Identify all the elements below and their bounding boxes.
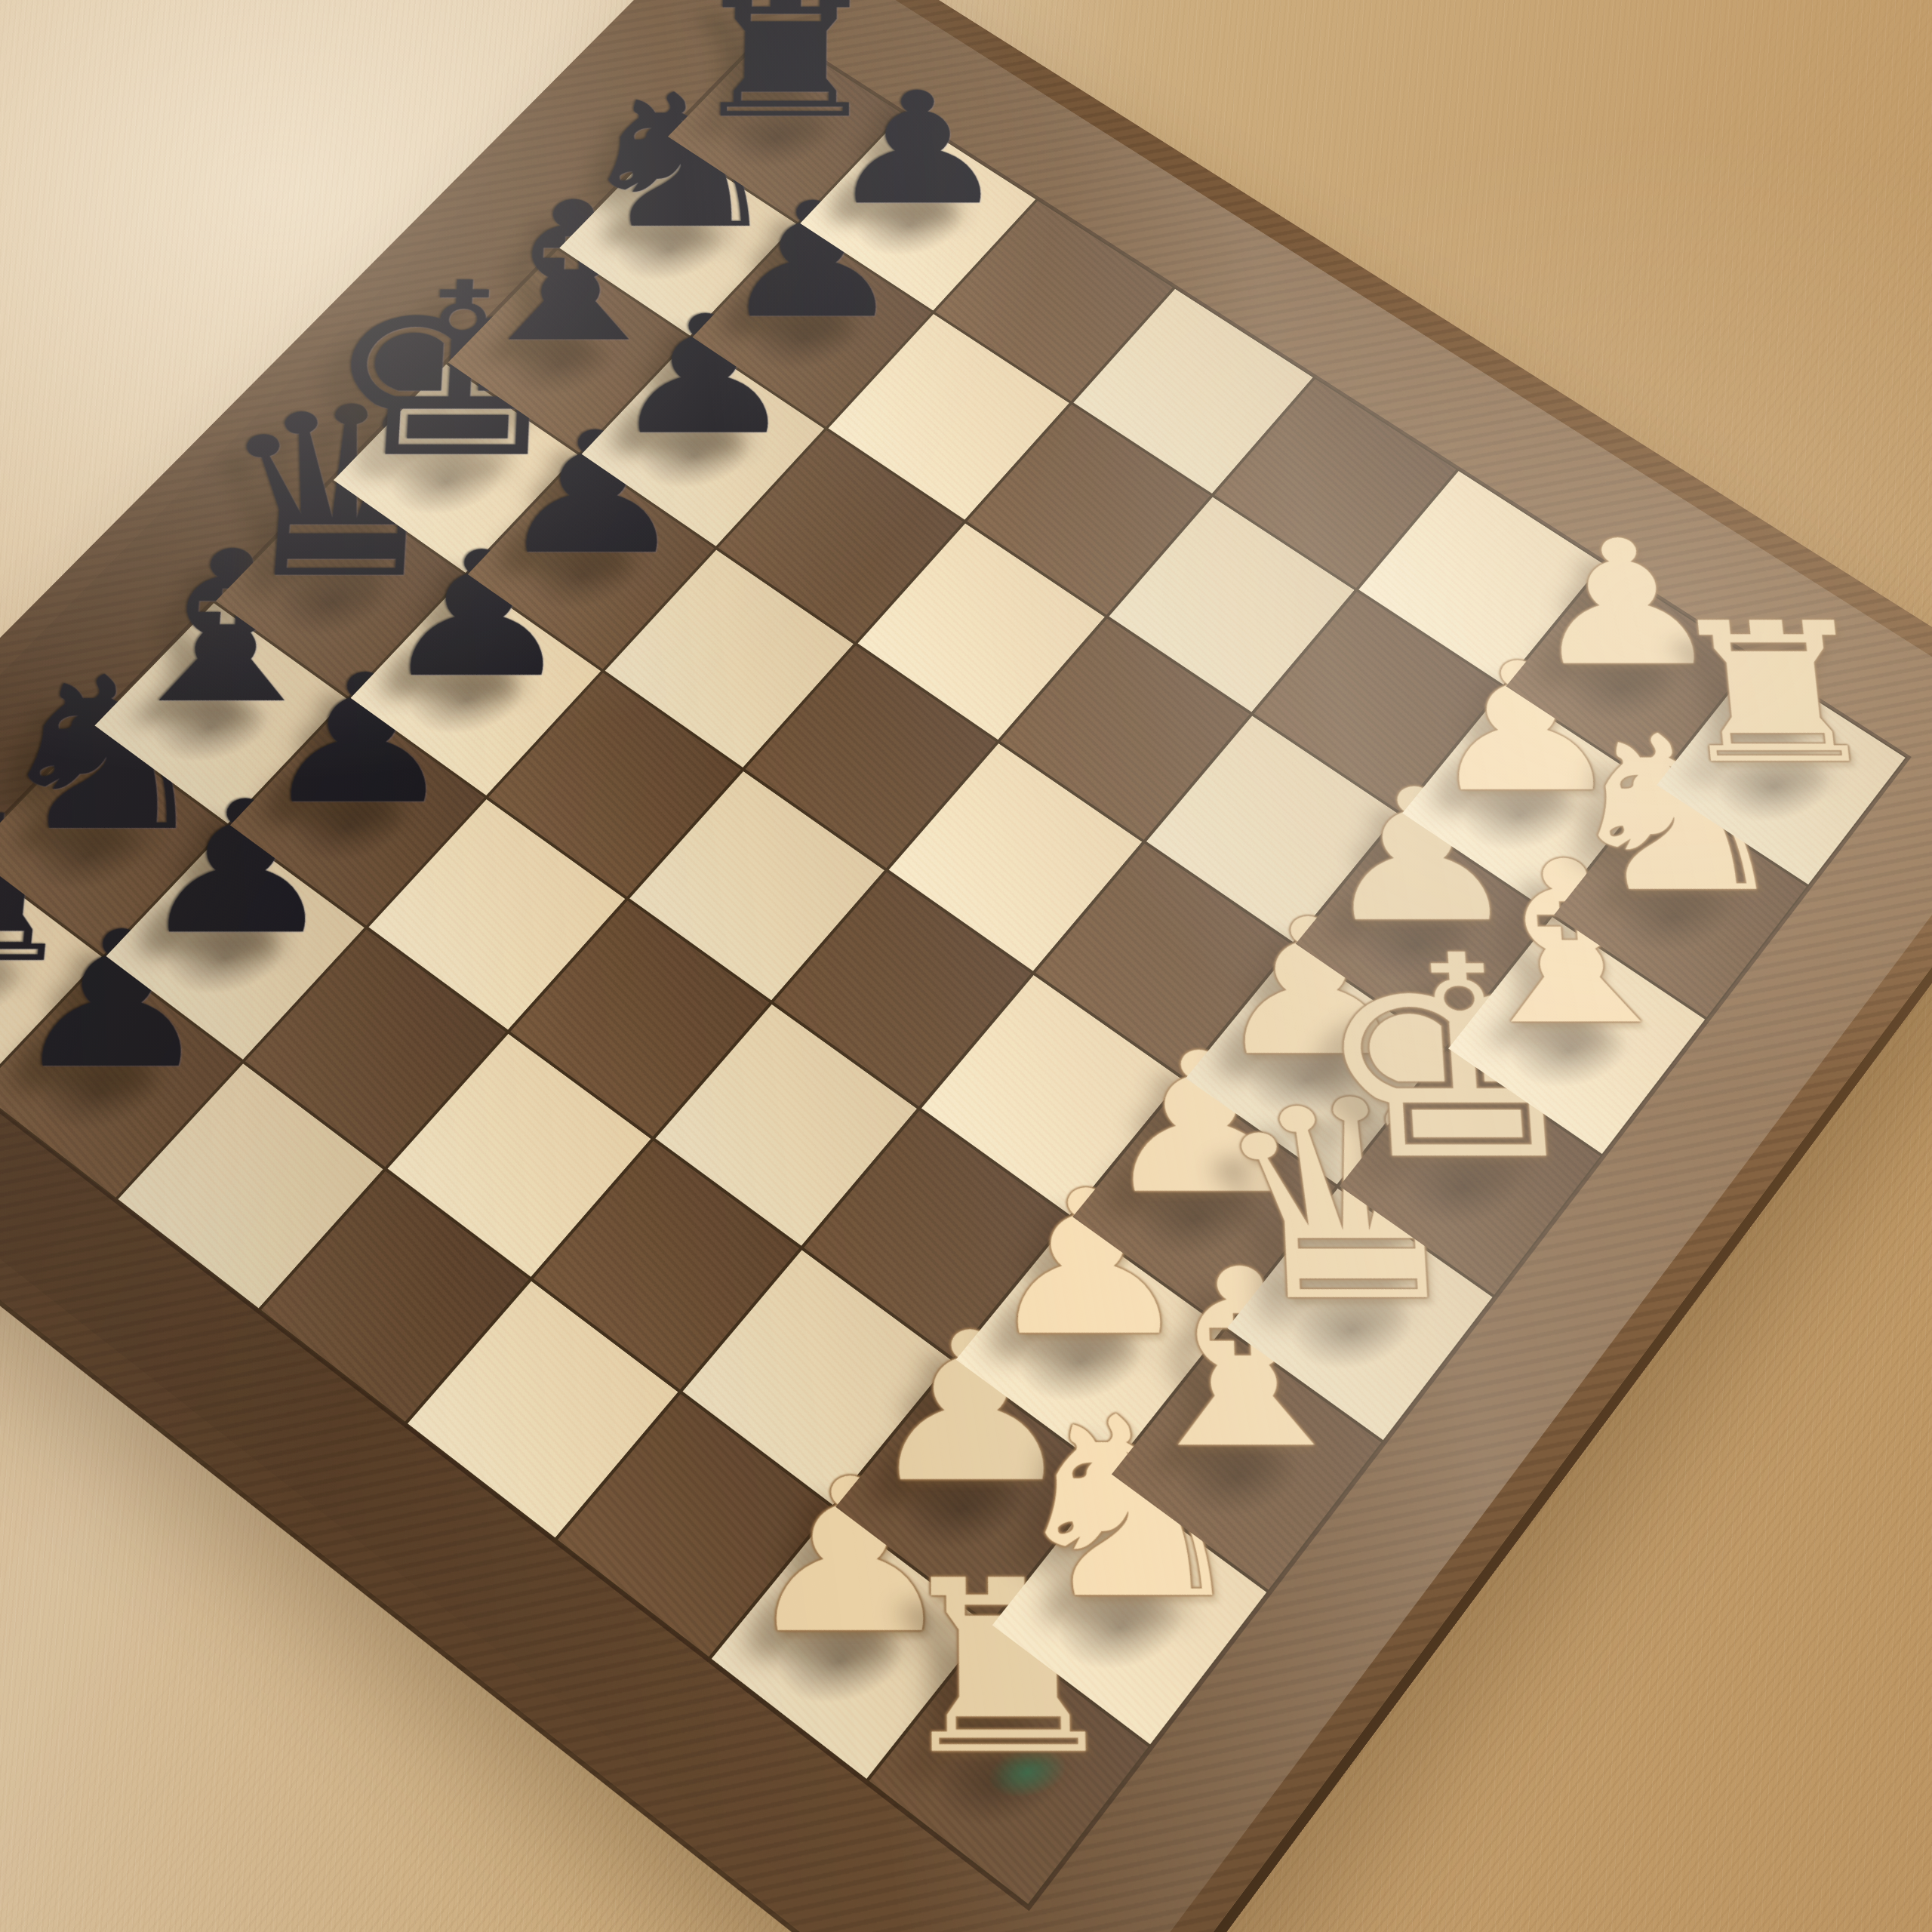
- black-pawn[interactable]: ♟: [131, 778, 347, 961]
- white-rook-glyph-icon: ♜: [1656, 598, 1894, 791]
- black-pawn-glyph-icon: ♟: [131, 778, 347, 961]
- black-pawn[interactable]: ♟: [255, 652, 466, 829]
- photo-scene: ♜♞♝♛♚♝♞♜♟♟♟♟♟♟♟♟♟♟♟♟♟♟♟♟♜♞♝♛♚♝♞♜: [0, 0, 1932, 1932]
- square-e1[interactable]: ♚: [1340, 1051, 1601, 1294]
- black-pawn-glyph-icon: ♟: [255, 652, 466, 829]
- white-rook[interactable]: ♜: [1656, 598, 1894, 791]
